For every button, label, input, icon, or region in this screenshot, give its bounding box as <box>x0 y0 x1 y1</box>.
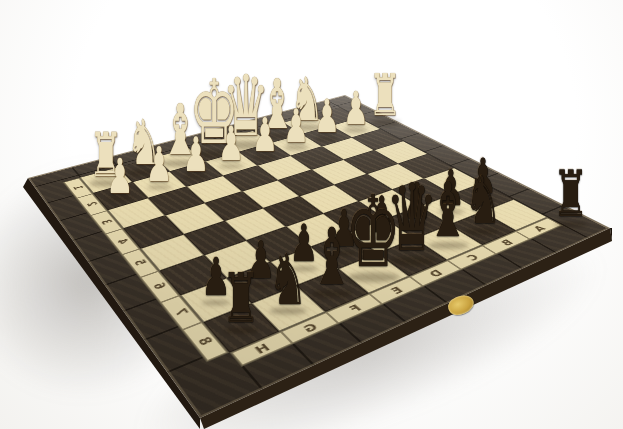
photo-stage: 12345678 ABCDEFGH ♜♞♝♛♚♝♞♜♟♟♟♟♟♟♟♟♟♟♟♟♟♟… <box>0 0 623 429</box>
